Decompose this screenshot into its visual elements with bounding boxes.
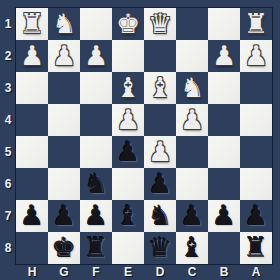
square-b1[interactable] [208,8,240,40]
chessboard-frame: 12345678 ♜♞♚♛♜♟♟♟♟♟♝♝♞♟♟♟♟♞♟♟♟♟♝♞♟♟♟♚♜♛♝… [0,0,280,280]
black-pawn: ♟ [176,200,208,232]
square-g1[interactable]: ♞ [48,8,80,40]
file-label-e: E [112,264,144,280]
square-f5[interactable] [80,136,112,168]
square-d3[interactable]: ♝ [144,72,176,104]
file-label-a: A [240,264,272,280]
black-pawn: ♟ [48,200,80,232]
file-label-c: C [176,264,208,280]
square-b7[interactable]: ♟ [208,200,240,232]
file-label-d: D [144,264,176,280]
square-h4[interactable] [16,104,48,136]
square-f6[interactable]: ♞ [80,168,112,200]
square-e8[interactable] [112,232,144,264]
file-label-f: F [80,264,112,280]
square-c5[interactable] [176,136,208,168]
square-a7[interactable]: ♟ [240,200,272,232]
black-bishop: ♝ [176,232,208,264]
white-pawn: ♟ [144,136,176,168]
rank-labels: 12345678 [0,8,16,264]
square-f4[interactable] [80,104,112,136]
square-h3[interactable] [16,72,48,104]
black-pawn: ♟ [80,200,112,232]
white-knight: ♞ [48,8,80,40]
square-c3[interactable]: ♞ [176,72,208,104]
white-pawn: ♟ [16,40,48,72]
square-c7[interactable]: ♟ [176,200,208,232]
square-a6[interactable] [240,168,272,200]
square-a2[interactable]: ♟ [240,40,272,72]
white-pawn: ♟ [240,40,272,72]
white-rook: ♜ [240,8,272,40]
square-h8[interactable] [16,232,48,264]
square-g2[interactable]: ♟ [48,40,80,72]
black-bishop: ♝ [112,200,144,232]
square-e7[interactable]: ♝ [112,200,144,232]
square-c8[interactable]: ♝ [176,232,208,264]
square-e6[interactable] [112,168,144,200]
square-g6[interactable] [48,168,80,200]
square-a1[interactable]: ♜ [240,8,272,40]
rank-label-7: 7 [0,200,16,232]
square-d2[interactable] [144,40,176,72]
square-f2[interactable]: ♟ [80,40,112,72]
square-c4[interactable]: ♟ [176,104,208,136]
file-label-b: B [208,264,240,280]
white-king: ♚ [112,8,144,40]
square-b8[interactable] [208,232,240,264]
square-e5[interactable]: ♟ [112,136,144,168]
white-pawn: ♟ [80,40,112,72]
rank-label-1: 1 [0,8,16,40]
square-b5[interactable] [208,136,240,168]
square-g8[interactable]: ♚ [48,232,80,264]
white-pawn: ♟ [208,40,240,72]
white-queen: ♛ [144,8,176,40]
square-f1[interactable] [80,8,112,40]
black-pawn: ♟ [240,200,272,232]
square-e1[interactable]: ♚ [112,8,144,40]
black-pawn: ♟ [208,200,240,232]
square-h1[interactable]: ♜ [16,8,48,40]
square-b6[interactable] [208,168,240,200]
square-e4[interactable]: ♟ [112,104,144,136]
black-knight: ♞ [80,168,112,200]
square-b4[interactable] [208,104,240,136]
square-g4[interactable] [48,104,80,136]
rank-label-8: 8 [0,232,16,264]
square-d6[interactable]: ♟ [144,168,176,200]
square-b2[interactable]: ♟ [208,40,240,72]
square-c2[interactable] [176,40,208,72]
rank-label-3: 3 [0,72,16,104]
white-knight: ♞ [176,72,208,104]
black-pawn: ♟ [144,168,176,200]
rank-label-4: 4 [0,104,16,136]
black-rook: ♜ [240,232,272,264]
square-d4[interactable] [144,104,176,136]
square-d1[interactable]: ♛ [144,8,176,40]
square-c1[interactable] [176,8,208,40]
white-bishop: ♝ [112,72,144,104]
square-g7[interactable]: ♟ [48,200,80,232]
square-h5[interactable] [16,136,48,168]
black-queen: ♛ [144,232,176,264]
black-pawn: ♟ [112,136,144,168]
square-a4[interactable] [240,104,272,136]
square-h7[interactable]: ♟ [16,200,48,232]
rank-label-6: 6 [0,168,16,200]
rank-label-5: 5 [0,136,16,168]
square-f3[interactable] [80,72,112,104]
square-a8[interactable]: ♜ [240,232,272,264]
white-pawn: ♟ [176,104,208,136]
file-labels: HGFEDCBA [16,264,272,280]
black-knight: ♞ [144,200,176,232]
rank-label-2: 2 [0,40,16,72]
white-rook: ♜ [16,8,48,40]
file-label-g: G [48,264,80,280]
square-h6[interactable] [16,168,48,200]
square-g5[interactable] [48,136,80,168]
square-a5[interactable] [240,136,272,168]
square-a3[interactable] [240,72,272,104]
square-d5[interactable]: ♟ [144,136,176,168]
white-pawn: ♟ [112,104,144,136]
square-f7[interactable]: ♟ [80,200,112,232]
square-b3[interactable] [208,72,240,104]
square-e3[interactable]: ♝ [112,72,144,104]
board-grid: ♜♞♚♛♜♟♟♟♟♟♝♝♞♟♟♟♟♞♟♟♟♟♝♞♟♟♟♚♜♛♝♜ [16,8,272,264]
black-rook: ♜ [80,232,112,264]
square-d7[interactable]: ♞ [144,200,176,232]
black-king: ♚ [48,232,80,264]
white-pawn: ♟ [48,40,80,72]
square-g3[interactable] [48,72,80,104]
black-pawn: ♟ [16,200,48,232]
square-e2[interactable] [112,40,144,72]
square-c6[interactable] [176,168,208,200]
square-h2[interactable]: ♟ [16,40,48,72]
white-bishop: ♝ [144,72,176,104]
square-f8[interactable]: ♜ [80,232,112,264]
file-label-h: H [16,264,48,280]
square-d8[interactable]: ♛ [144,232,176,264]
